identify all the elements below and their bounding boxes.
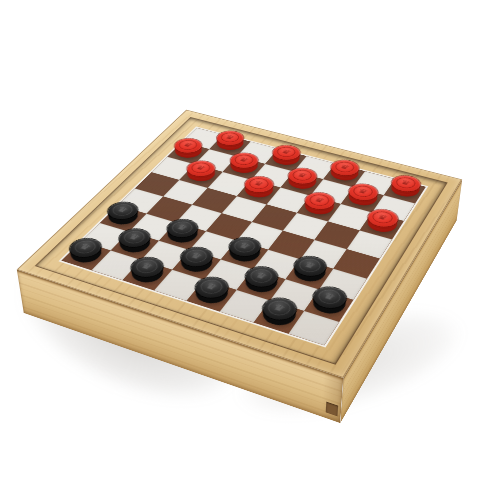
black-piece-g1[interactable]: ♛ <box>257 303 300 332</box>
box-top-face: ♛♛♛♛♛♛♛♛♛♛♛♛♛♛♛♛♛♛♛♛♛♛♛♛ <box>17 110 462 378</box>
scene: ♛♛♛♛♛♛♛♛♛♛♛♛♛♛♛♛♛♛♛♛♛♛♛♛ <box>0 0 500 500</box>
red-piece-e7[interactable]: ♛ <box>284 173 320 194</box>
red-piece-h8[interactable]: ♛ <box>387 181 423 202</box>
red-piece-d6[interactable]: ♛ <box>240 181 277 202</box>
red-piece-b6[interactable]: ♛ <box>182 166 219 186</box>
black-piece-h2[interactable]: ♛ <box>308 292 350 320</box>
red-piece-g7[interactable]: ♛ <box>344 189 381 211</box>
product-photo: ♛♛♛♛♛♛♛♛♛♛♛♛♛♛♛♛♛♛♛♛♛♛♛♛ <box>0 0 500 500</box>
black-piece-g3[interactable]: ♛ <box>289 261 330 287</box>
red-piece-f6[interactable]: ♛ <box>300 198 337 220</box>
wooden-game-box: ♛♛♛♛♛♛♛♛♛♛♛♛♛♛♛♛♛♛♛♛♛♛♛♛ <box>17 110 462 378</box>
black-piece-a1[interactable]: ♛ <box>65 243 107 268</box>
black-piece-c3[interactable]: ♛ <box>162 224 202 248</box>
black-piece-d2[interactable]: ♛ <box>176 252 217 277</box>
black-piece-c1[interactable]: ♛ <box>126 262 168 288</box>
red-piece-h6[interactable]: ♛ <box>363 214 401 237</box>
red-piece-f8[interactable]: ♛ <box>326 165 362 185</box>
black-piece-b2[interactable]: ♛ <box>114 234 155 258</box>
black-piece-a3[interactable]: ♛ <box>103 207 143 230</box>
black-piece-e3[interactable]: ♛ <box>224 242 264 267</box>
black-piece-e1[interactable]: ♛ <box>190 282 233 309</box>
black-piece-f2[interactable]: ♛ <box>240 272 282 299</box>
